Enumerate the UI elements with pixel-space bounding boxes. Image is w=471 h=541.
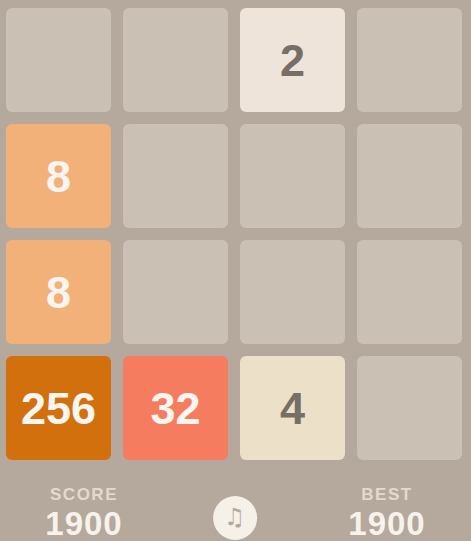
tile-8: 8 bbox=[6, 240, 111, 344]
cell-empty-r1c4 bbox=[357, 8, 462, 112]
cell-empty-r3c3 bbox=[240, 240, 345, 344]
footer: SCORE 1900 ♫ BEST 1900 bbox=[0, 460, 471, 541]
cell-empty-r3c4 bbox=[357, 240, 462, 344]
best-label: BEST bbox=[317, 486, 457, 503]
cell-empty-r2c2 bbox=[123, 124, 228, 228]
score-box: SCORE 1900 bbox=[14, 460, 154, 541]
board: 288256324 bbox=[0, 0, 471, 460]
cell-empty-r2c4 bbox=[357, 124, 462, 228]
tile-256: 256 bbox=[6, 356, 111, 460]
cell-empty-r1c1 bbox=[6, 8, 111, 112]
best-box: BEST 1900 bbox=[317, 460, 457, 541]
tile-32: 32 bbox=[123, 356, 228, 460]
music-button[interactable]: ♫ bbox=[213, 496, 257, 540]
score-value: 1900 bbox=[14, 507, 154, 540]
cell-empty-r4c4 bbox=[357, 356, 462, 460]
tile-8: 8 bbox=[6, 124, 111, 228]
score-label: SCORE bbox=[14, 486, 154, 503]
tile-4: 4 bbox=[240, 356, 345, 460]
cell-empty-r1c2 bbox=[123, 8, 228, 112]
tile-2: 2 bbox=[240, 8, 345, 112]
best-value: 1900 bbox=[317, 507, 457, 540]
cell-empty-r3c2 bbox=[123, 240, 228, 344]
cell-empty-r2c3 bbox=[240, 124, 345, 228]
music-note-icon: ♫ bbox=[224, 505, 246, 529]
